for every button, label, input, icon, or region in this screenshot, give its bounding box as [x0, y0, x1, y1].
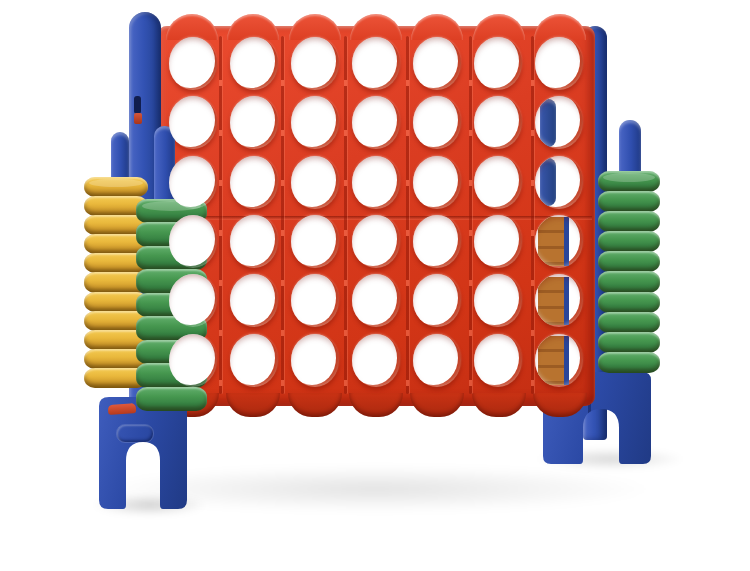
- hole-r5c2-empty: [230, 274, 278, 327]
- hole-r3c2-empty: [230, 156, 278, 209]
- hole-r6c2-empty: [230, 334, 278, 387]
- brand-badge: [116, 424, 154, 443]
- scallop-bump: [288, 393, 342, 417]
- red-release-handle: [108, 403, 137, 415]
- hole-r1c4-empty: [352, 37, 400, 90]
- hole-r6c7-empty: [535, 334, 583, 387]
- hole-r5c7-empty: [535, 274, 583, 327]
- hole-r4c7-empty: [535, 215, 583, 268]
- hole-r5c6-empty: [474, 274, 522, 327]
- hole-r6c5-empty: [413, 334, 461, 387]
- column-rib: [406, 36, 409, 394]
- stored-disc-yellow: [84, 177, 148, 197]
- hole-r6c4-empty: [352, 334, 400, 387]
- scallop-bump: [349, 393, 403, 417]
- hole-r2c6-empty: [474, 96, 522, 149]
- hole-r5c5-empty: [413, 274, 461, 327]
- column-rib: [344, 36, 347, 394]
- board-hole-grid: [163, 34, 589, 390]
- hole-r3c6-empty: [474, 156, 522, 209]
- peg-visible-through-hole: [540, 99, 555, 147]
- hole-r4c6-empty: [474, 215, 522, 268]
- hole-r3c7-empty: [535, 156, 583, 209]
- height-adjust-slot: [134, 96, 141, 114]
- column-rib: [281, 36, 284, 394]
- scallop-bump: [410, 393, 464, 417]
- hole-r3c4-empty: [352, 156, 400, 209]
- giant-connect-four-product-photo: [0, 0, 750, 571]
- column-rib: [531, 36, 534, 394]
- hole-r2c2-empty: [230, 96, 278, 149]
- column-rib: [469, 36, 472, 394]
- red-slider-icon: [134, 113, 142, 124]
- hole-r1c7-empty: [535, 37, 583, 90]
- hole-r3c5-empty: [413, 156, 461, 209]
- stored-disc-green: [598, 292, 660, 313]
- rings-visible-through-hole: [538, 217, 569, 266]
- stored-disc-green: [598, 171, 660, 192]
- peg-visible-through-hole: [540, 158, 555, 206]
- hole-r4c5-empty: [413, 215, 461, 268]
- column-rib: [219, 36, 222, 394]
- stored-discs-green-right: [598, 172, 660, 373]
- hole-r3c3-empty: [291, 156, 339, 209]
- rings-visible-through-hole: [538, 336, 569, 385]
- stored-disc-green: [598, 312, 660, 333]
- hole-r1c3-empty: [291, 37, 339, 90]
- hole-r6c3-empty: [291, 334, 339, 387]
- hole-r6c1-empty: [169, 334, 217, 387]
- hole-r4c2-empty: [230, 215, 278, 268]
- hole-r1c2-empty: [230, 37, 278, 90]
- hole-r5c4-empty: [352, 274, 400, 327]
- hole-r1c1-empty: [169, 37, 217, 90]
- scallop-bump: [226, 393, 280, 417]
- stored-disc-green: [598, 231, 660, 252]
- stored-disc-green: [136, 387, 207, 411]
- stored-disc-green: [598, 332, 660, 353]
- stored-disc-green: [598, 211, 660, 232]
- hole-r4c4-empty: [352, 215, 400, 268]
- hole-r2c4-empty: [352, 96, 400, 149]
- hole-r2c7-empty: [535, 96, 583, 149]
- hole-r5c3-empty: [291, 274, 339, 327]
- hole-r4c1-empty: [169, 215, 217, 268]
- hole-r2c1-empty: [169, 96, 217, 149]
- hole-r2c3-empty: [291, 96, 339, 149]
- stored-disc-green: [598, 271, 660, 292]
- scallop-bump: [533, 393, 587, 417]
- hole-r1c6-empty: [474, 37, 522, 90]
- hole-r3c1-empty: [169, 156, 217, 209]
- hole-r6c6-empty: [474, 334, 522, 387]
- hole-r5c1-empty: [169, 274, 217, 327]
- stored-disc-green: [598, 352, 660, 373]
- stored-disc-green: [598, 191, 660, 212]
- hole-r4c3-empty: [291, 215, 339, 268]
- rings-visible-through-hole: [538, 277, 569, 326]
- connect-four-board: [157, 26, 595, 406]
- hole-r2c5-empty: [413, 96, 461, 149]
- hole-r1c5-empty: [413, 37, 461, 90]
- stored-disc-green: [598, 251, 660, 272]
- scallop-bump: [472, 393, 526, 417]
- board-bottom-scallops: [161, 393, 591, 417]
